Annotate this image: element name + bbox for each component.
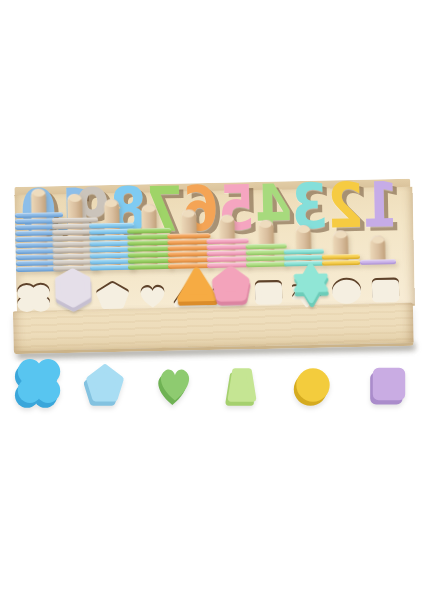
numeral-1: 1 1 <box>356 170 408 237</box>
counting-ring <box>246 249 287 255</box>
slot-square-cutout <box>365 272 406 306</box>
rings <box>360 258 396 265</box>
counting-sorting-board: 10 10 9 9 8 8 7 7 6 6 5 5 4 4 3 3 <box>0 0 424 600</box>
slot-pentagon-cutout <box>92 278 133 312</box>
counting-ring <box>128 258 172 264</box>
counting-ring <box>284 249 324 255</box>
piece-trapezoid <box>221 362 263 408</box>
piece-cylinder <box>290 362 336 408</box>
counting-ring <box>128 252 172 258</box>
counting-ring <box>167 233 210 239</box>
counting-ring <box>127 228 171 234</box>
piece-pentagon <box>82 360 128 408</box>
piece-cube <box>365 360 413 408</box>
block-hexagon <box>49 264 97 311</box>
rings <box>127 227 172 270</box>
counting-ring <box>207 250 249 256</box>
counting-ring <box>360 259 396 265</box>
counting-ring <box>128 264 172 270</box>
counting-ring <box>206 238 248 244</box>
counting-ring <box>168 245 211 251</box>
slot-heart-cutout <box>132 277 173 311</box>
block-round-pentagon <box>207 261 255 308</box>
counting-ring <box>207 244 249 250</box>
counting-ring <box>167 239 210 245</box>
slot-clover-cutout <box>13 279 54 313</box>
counting-ring <box>127 240 171 246</box>
block-six-point-star <box>287 259 335 306</box>
counting-ring <box>168 251 211 257</box>
counting-ring <box>128 246 172 252</box>
counting-ring <box>246 243 287 249</box>
ring-stack-1 <box>360 258 396 265</box>
piece-clover <box>13 354 65 408</box>
product-photo: 10 10 9 9 8 8 7 7 6 6 5 5 4 4 3 3 <box>0 0 424 600</box>
piece-heart <box>151 358 199 408</box>
ring-stack-7 <box>127 227 172 270</box>
counting-ring <box>127 234 171 240</box>
